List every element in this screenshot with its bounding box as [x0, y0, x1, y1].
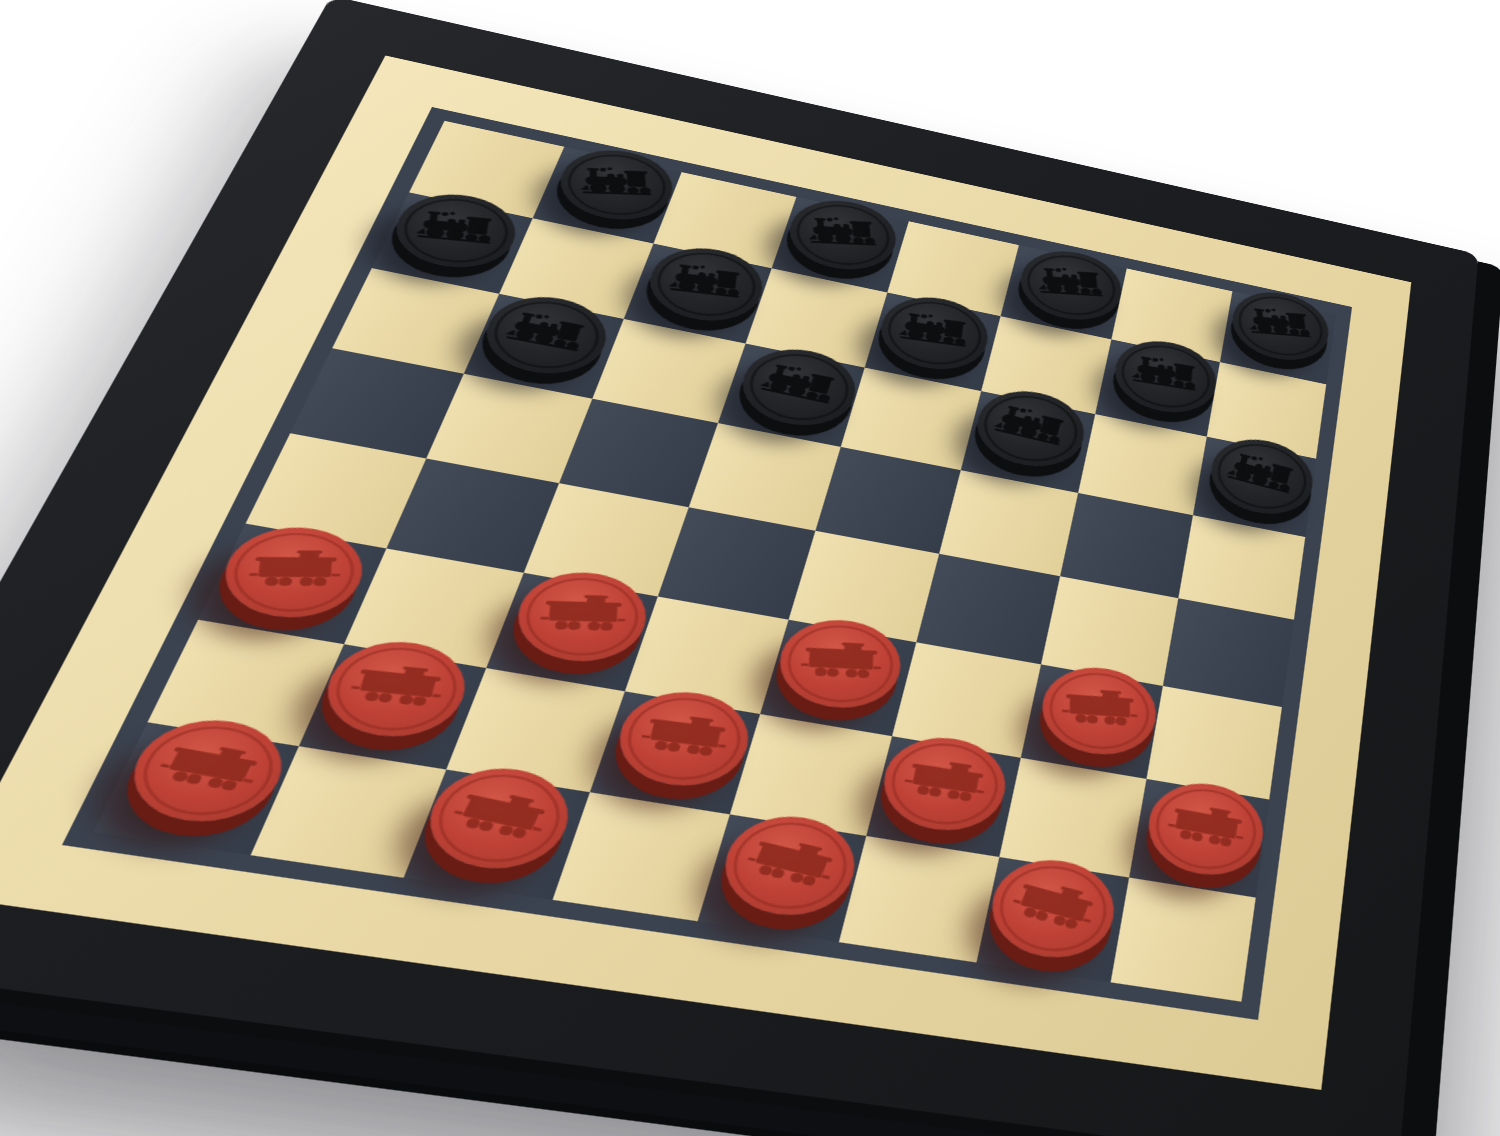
caboose-engraving-icon: [245, 547, 345, 594]
caboose-engraving-icon: [634, 707, 735, 765]
checkers-product-photo: [0, 0, 1500, 1136]
locomotive-engraving-icon: [665, 260, 749, 305]
locomotive-engraving-icon: [989, 400, 1074, 453]
locomotive-engraving-icon: [499, 307, 595, 359]
locomotive-engraving-icon: [1034, 264, 1109, 303]
caboose-engraving-icon: [536, 591, 629, 638]
locomotive-engraving-icon: [805, 214, 883, 252]
caboose-engraving-icon: [1003, 872, 1103, 941]
caboose-engraving-icon: [898, 752, 992, 811]
caboose-engraving-icon: [147, 734, 271, 802]
caboose-engraving-icon: [737, 829, 844, 898]
locomotive-engraving-icon: [1245, 305, 1317, 345]
locomotive-engraving-icon: [412, 207, 501, 252]
caboose-engraving-icon: [1162, 797, 1250, 857]
locomotive-engraving-icon: [755, 359, 845, 412]
caboose-engraving-icon: [798, 637, 884, 685]
square-f8[interactable]: [839, 836, 999, 963]
locomotive-engraving-icon: [895, 309, 974, 355]
caboose-engraving-icon: [442, 782, 557, 850]
squares-grid: [93, 121, 1336, 1002]
caboose-engraving-icon: [1059, 684, 1140, 733]
locomotive-engraving-icon: [1129, 352, 1203, 398]
checkers-board: [0, 0, 1479, 1136]
locomotive-engraving-icon: [1222, 448, 1302, 502]
caboose-engraving-icon: [343, 658, 452, 715]
locomotive-engraving-icon: [577, 165, 658, 202]
square-h8[interactable]: [1111, 878, 1256, 1002]
